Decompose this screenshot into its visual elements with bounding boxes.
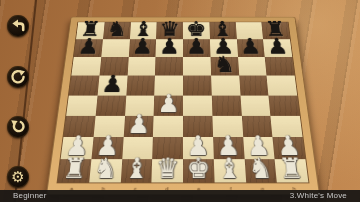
square-d6[interactable] [155, 57, 183, 76]
square-b7[interactable] [101, 39, 129, 57]
square-f6[interactable]: ♞ [210, 57, 239, 76]
chess-app-screen: ♜♞♝♛♚♝♜♟♟♟♟♟♟♟♞♟♟♟♟♟♟♟♟♟♜♞♝♛♚♝♞♜ abcdefg… [0, 0, 360, 202]
square-e4[interactable] [183, 95, 212, 115]
board-frame: ♜♞♝♛♚♝♜♟♟♟♟♟♟♟♞♟♟♟♟♟♟♟♟♟♜♞♝♛♚♝♞♜ abcdefg… [46, 17, 320, 195]
chess-board: ♜♞♝♛♚♝♜♟♟♟♟♟♟♟♞♟♟♟♟♟♟♟♟♟♜♞♝♛♚♝♞♜ [57, 22, 310, 184]
square-d3[interactable] [153, 116, 183, 137]
square-f1[interactable]: ♝ [214, 159, 246, 182]
restart-button[interactable] [7, 66, 29, 88]
square-f5[interactable] [211, 76, 240, 95]
square-g5[interactable] [239, 76, 269, 95]
difficulty-label: Beginner [13, 190, 47, 202]
piece-black-pawn-e7[interactable]: ♟ [186, 36, 207, 58]
square-b8[interactable]: ♞ [103, 22, 131, 39]
square-d4[interactable]: ♟ [154, 95, 183, 115]
square-h6[interactable] [265, 57, 295, 76]
square-e6[interactable] [183, 57, 211, 76]
square-b1[interactable]: ♞ [89, 159, 122, 182]
square-a7[interactable]: ♟ [74, 39, 103, 57]
move-indicator: 3.White's Move [290, 190, 347, 202]
piece-black-pawn-c7[interactable]: ♟ [132, 36, 154, 58]
square-f4[interactable] [212, 95, 242, 115]
piece-black-knight-f6[interactable]: ♞ [213, 53, 235, 75]
undo-button[interactable] [7, 15, 29, 37]
piece-black-pawn-h7[interactable]: ♟ [266, 36, 289, 58]
piece-white-king-e1[interactable]: ♚ [187, 154, 211, 182]
piece-white-knight-g1[interactable]: ♞ [247, 154, 273, 182]
square-h4[interactable] [269, 95, 300, 115]
piece-white-knight-b1[interactable]: ♞ [93, 154, 119, 182]
piece-black-pawn-g7[interactable]: ♟ [239, 36, 261, 58]
curved-back-arrow-icon [10, 119, 26, 135]
square-e1[interactable]: ♚ [183, 159, 214, 182]
square-c3[interactable]: ♟ [123, 116, 154, 137]
square-d1[interactable]: ♛ [152, 159, 183, 182]
square-g6[interactable] [238, 57, 267, 76]
square-h7[interactable]: ♟ [263, 39, 292, 57]
undo-icon [10, 18, 26, 34]
piece-white-queen-d1[interactable]: ♛ [155, 154, 179, 182]
piece-white-pawn-c3[interactable]: ♟ [127, 111, 151, 137]
back-button[interactable] [7, 116, 29, 138]
square-b5[interactable]: ♟ [97, 76, 127, 95]
board-perspective-wrap: ♜♞♝♛♚♝♜♟♟♟♟♟♟♟♞♟♟♟♟♟♟♟♟♟♜♞♝♛♚♝♞♜ abcdefg… [46, 17, 320, 195]
piece-white-pawn-d4[interactable]: ♟ [157, 91, 179, 116]
square-g1[interactable]: ♞ [244, 159, 277, 182]
square-g7[interactable]: ♟ [236, 39, 264, 57]
square-g4[interactable] [240, 95, 270, 115]
square-c5[interactable] [126, 76, 155, 95]
piece-white-bishop-c1[interactable]: ♝ [124, 154, 149, 182]
square-a6[interactable] [71, 57, 101, 76]
piece-black-pawn-d7[interactable]: ♟ [159, 36, 180, 58]
piece-black-pawn-b5[interactable]: ♟ [101, 72, 124, 95]
status-bar: Beginner 3.White's Move [0, 190, 360, 202]
square-h1[interactable]: ♜ [275, 159, 309, 182]
square-c7[interactable]: ♟ [128, 39, 156, 57]
square-b4[interactable] [95, 95, 125, 115]
piece-white-bishop-f1[interactable]: ♝ [217, 154, 242, 182]
piece-black-knight-b8[interactable]: ♞ [106, 19, 128, 40]
square-e5[interactable] [183, 76, 212, 95]
square-d7[interactable]: ♟ [156, 39, 183, 57]
gear-icon: ⚙ [11, 170, 24, 185]
restart-icon [10, 69, 26, 85]
square-c1[interactable]: ♝ [120, 159, 152, 182]
piece-white-rook-h1[interactable]: ♜ [278, 154, 305, 182]
square-a4[interactable] [66, 95, 97, 115]
square-h5[interactable] [267, 76, 297, 95]
square-e7[interactable]: ♟ [183, 39, 210, 57]
square-c6[interactable] [127, 57, 156, 76]
piece-white-rook-a1[interactable]: ♜ [61, 154, 88, 182]
settings-button[interactable]: ⚙ [7, 166, 29, 188]
square-a1[interactable]: ♜ [58, 159, 92, 182]
piece-black-pawn-a7[interactable]: ♟ [77, 36, 100, 58]
square-a5[interactable] [69, 76, 99, 95]
